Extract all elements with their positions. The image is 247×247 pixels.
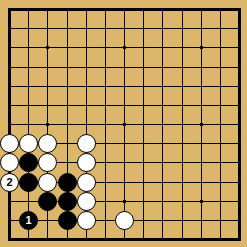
white-stone[interactable] bbox=[77, 211, 96, 230]
grid-line-vertical bbox=[182, 9, 183, 240]
star-point bbox=[46, 46, 49, 49]
star-point bbox=[200, 46, 203, 49]
black-stone[interactable] bbox=[58, 211, 77, 230]
black-stone[interactable] bbox=[58, 192, 77, 211]
star-point bbox=[123, 123, 126, 126]
white-stone[interactable] bbox=[77, 173, 96, 192]
star-point bbox=[200, 200, 203, 203]
star-point bbox=[123, 46, 126, 49]
black-stone-move-1[interactable]: 1 bbox=[19, 211, 38, 230]
white-stone[interactable] bbox=[38, 173, 57, 192]
white-stone[interactable] bbox=[77, 192, 96, 211]
white-stone[interactable] bbox=[77, 134, 96, 153]
star-point bbox=[123, 200, 126, 203]
black-stone[interactable] bbox=[38, 192, 57, 211]
grid-line-vertical bbox=[143, 9, 144, 240]
white-stone[interactable] bbox=[77, 153, 96, 172]
star-point bbox=[200, 123, 203, 126]
go-board-diagram: 21 bbox=[0, 0, 247, 247]
star-point bbox=[46, 123, 49, 126]
black-stone[interactable] bbox=[19, 173, 38, 192]
grid-line-vertical bbox=[220, 9, 221, 240]
grid-line-vertical bbox=[162, 9, 163, 240]
white-stone[interactable] bbox=[115, 211, 134, 230]
black-stone[interactable] bbox=[58, 173, 77, 192]
white-stone-move-2[interactable]: 2 bbox=[0, 173, 19, 192]
